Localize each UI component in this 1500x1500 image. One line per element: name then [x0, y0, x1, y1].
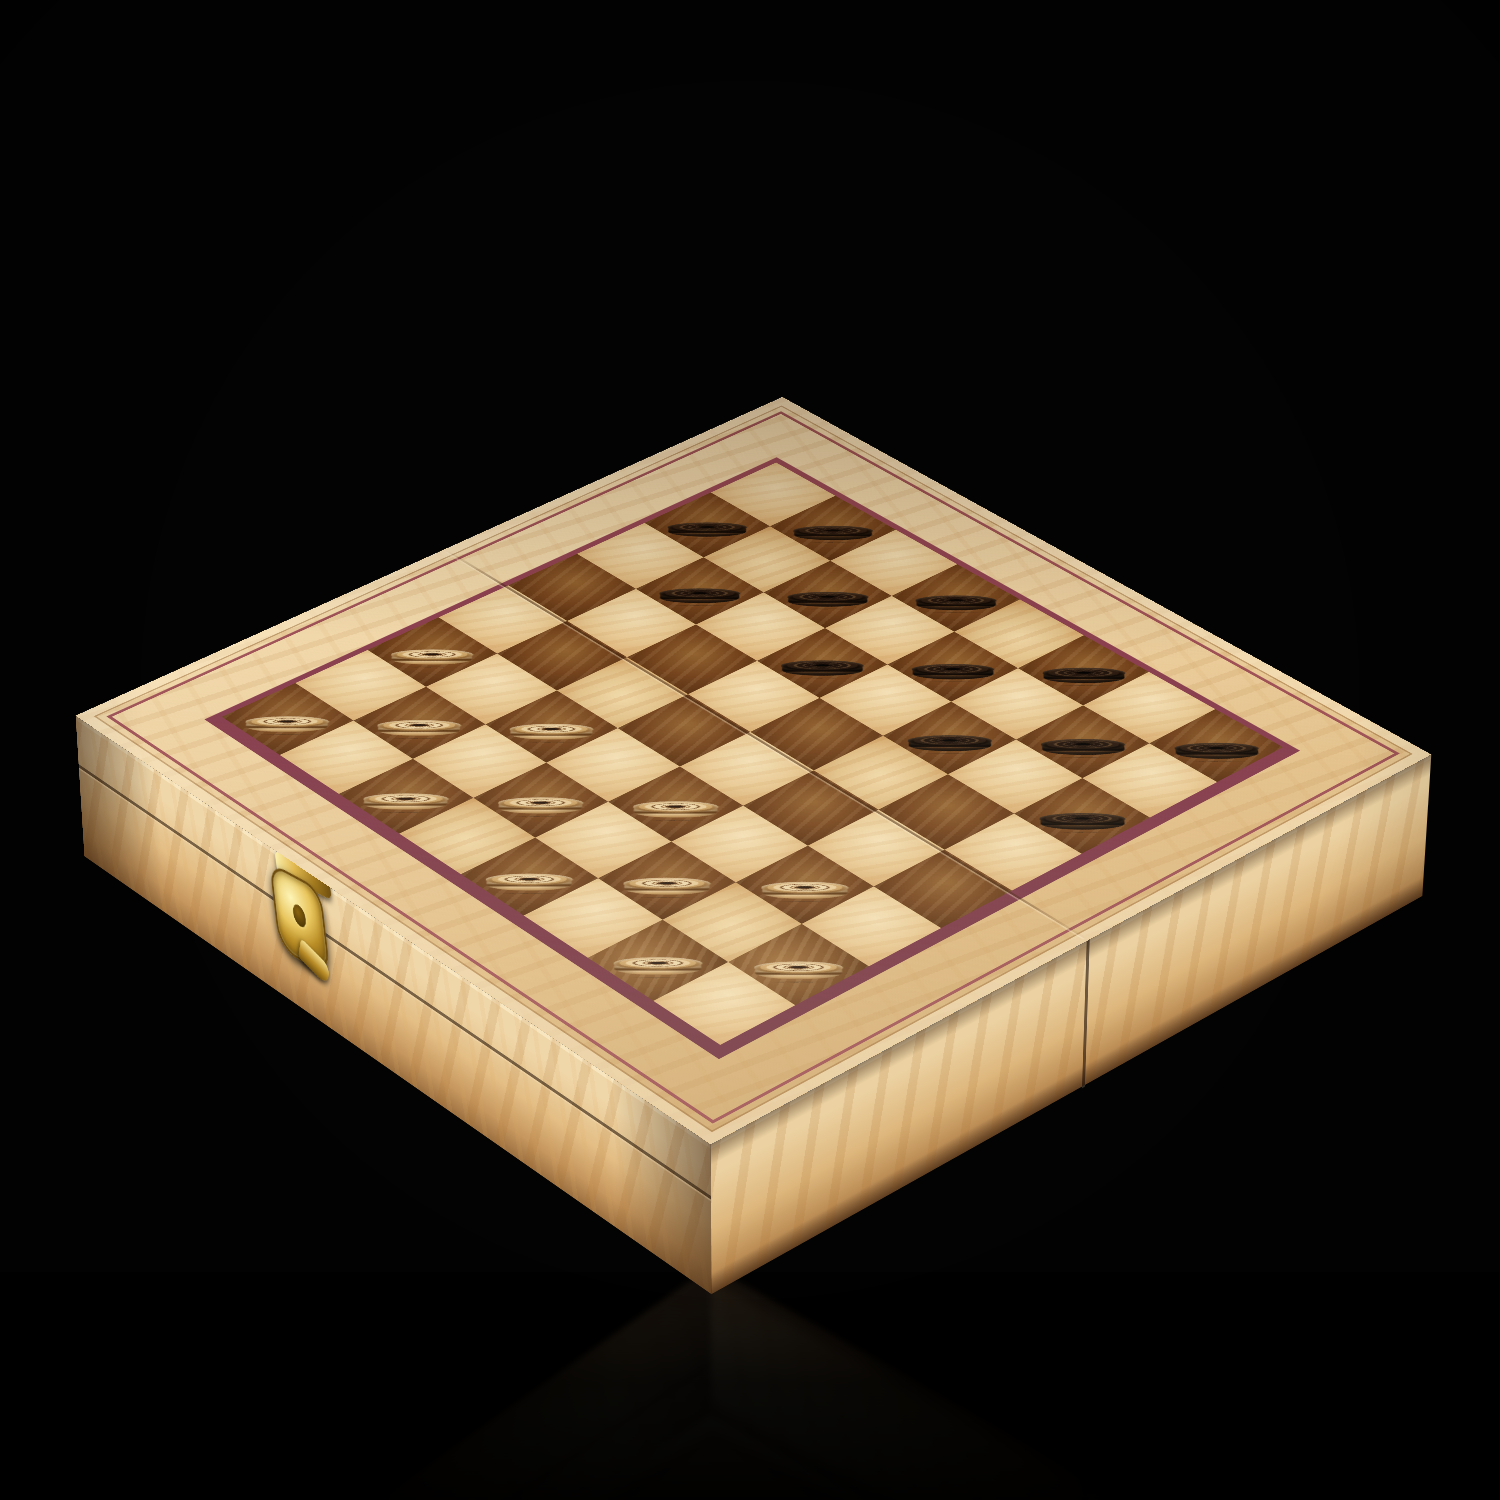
- square-d2[interactable]: [473, 763, 608, 838]
- square-g3[interactable]: [736, 846, 874, 924]
- square-g2[interactable]: [663, 882, 802, 962]
- fold-seam: [1082, 939, 1090, 1086]
- square-f2[interactable]: [598, 842, 736, 920]
- scene: [0, 0, 1500, 1500]
- square-f3[interactable]: [671, 806, 807, 883]
- square-g5[interactable]: [879, 774, 1015, 849]
- photo-scene: [0, 0, 1500, 1500]
- square-e2[interactable]: [535, 802, 671, 878]
- board-top-surface: [75, 397, 1431, 1144]
- folding-checkers-box: [75, 397, 1431, 1144]
